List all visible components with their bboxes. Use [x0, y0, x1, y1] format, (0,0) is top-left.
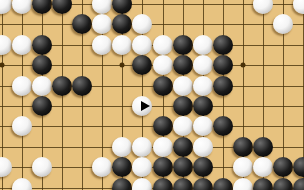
black-stone — [293, 157, 304, 177]
white-stone — [173, 116, 193, 136]
black-stone — [173, 35, 193, 55]
star-point — [240, 63, 245, 68]
white-stone — [132, 178, 152, 190]
white-stone — [193, 35, 213, 55]
white-stone — [193, 137, 213, 157]
white-stone — [132, 14, 152, 34]
white-stone — [12, 76, 32, 96]
white-stone — [112, 137, 132, 157]
white-stone — [193, 116, 213, 136]
white-stone — [12, 0, 32, 14]
white-stone — [92, 35, 112, 55]
black-stone — [173, 137, 193, 157]
black-stone — [213, 178, 233, 190]
white-stone — [112, 35, 132, 55]
white-stone — [0, 0, 12, 14]
white-stone — [0, 35, 12, 55]
black-stone — [32, 35, 52, 55]
white-stone — [233, 157, 253, 177]
black-stone — [173, 55, 193, 75]
black-stone — [32, 55, 52, 75]
white-stone — [92, 0, 112, 14]
white-stone — [32, 76, 52, 96]
white-stone — [92, 157, 112, 177]
black-stone — [112, 178, 132, 190]
white-stone — [12, 35, 32, 55]
star-point — [120, 63, 125, 68]
white-stone — [273, 14, 293, 34]
black-stone — [153, 76, 173, 96]
black-stone — [273, 178, 293, 190]
white-stone — [132, 157, 152, 177]
black-stone — [213, 76, 233, 96]
black-stone — [193, 96, 213, 116]
black-stone — [132, 55, 152, 75]
black-stone — [153, 157, 173, 177]
star-point — [0, 63, 5, 68]
black-stone — [253, 137, 273, 157]
black-stone — [32, 0, 52, 14]
black-stone — [173, 96, 193, 116]
black-stone — [173, 178, 193, 190]
white-stone — [132, 137, 152, 157]
white-stone — [153, 137, 173, 157]
black-stone — [153, 178, 173, 190]
black-stone — [72, 76, 92, 96]
white-stone — [253, 157, 273, 177]
white-stone — [193, 76, 213, 96]
white-stone — [193, 55, 213, 75]
go-board[interactable] — [0, 0, 304, 190]
white-stone — [0, 157, 12, 177]
black-stone — [213, 35, 233, 55]
white-stone — [132, 35, 152, 55]
black-stone — [72, 14, 92, 34]
white-stone — [12, 178, 32, 190]
black-stone — [293, 178, 304, 190]
black-stone — [193, 157, 213, 177]
black-stone — [253, 178, 273, 190]
white-stone — [32, 157, 52, 177]
black-stone — [112, 0, 132, 14]
white-stone — [253, 0, 273, 14]
black-stone — [213, 116, 233, 136]
white-stone — [12, 116, 32, 136]
white-stone — [233, 178, 253, 190]
black-stone — [213, 55, 233, 75]
black-stone — [52, 76, 72, 96]
black-stone — [32, 96, 52, 116]
black-stone — [273, 157, 293, 177]
white-stone — [293, 0, 304, 14]
black-stone — [153, 116, 173, 136]
white-stone — [173, 76, 193, 96]
last-move-triangle-marker-icon — [141, 101, 150, 111]
white-stone — [153, 35, 173, 55]
white-stone — [153, 55, 173, 75]
marked-white-stone — [132, 96, 152, 116]
black-stone — [112, 14, 132, 34]
black-stone — [173, 157, 193, 177]
black-stone — [233, 137, 253, 157]
black-stone — [52, 0, 72, 14]
black-stone — [112, 157, 132, 177]
black-stone — [193, 178, 213, 190]
white-stone — [92, 14, 112, 34]
